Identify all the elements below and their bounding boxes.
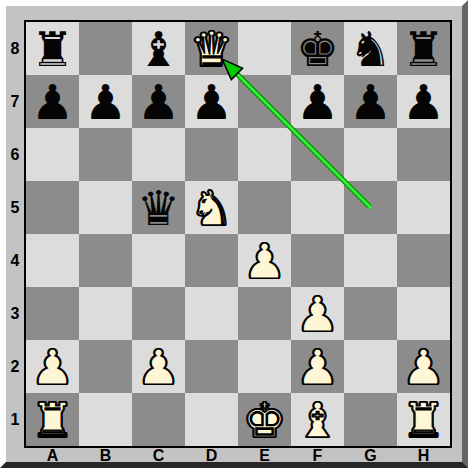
piece-white-king[interactable]: ♚ (243, 396, 286, 444)
file-label-e: E (238, 448, 291, 464)
square-d3[interactable] (185, 287, 238, 340)
rank-label-7: 7 (6, 75, 24, 128)
piece-white-queen[interactable]: ♛ (190, 25, 233, 73)
file-label-g: G (344, 448, 397, 464)
square-a2[interactable]: ♟ (26, 340, 79, 393)
rank-labels: 87654321 (6, 22, 24, 446)
square-c7[interactable]: ♟ (132, 75, 185, 128)
square-e4[interactable]: ♟ (238, 234, 291, 287)
piece-white-rook[interactable]: ♜ (402, 396, 445, 444)
square-f8[interactable]: ♚ (291, 22, 344, 75)
piece-black-queen[interactable]: ♛ (137, 184, 180, 232)
square-h8[interactable]: ♜ (397, 22, 450, 75)
piece-black-king[interactable]: ♚ (296, 25, 339, 73)
rank-label-8: 8 (6, 22, 24, 75)
square-d7[interactable]: ♟ (185, 75, 238, 128)
piece-black-pawn[interactable]: ♟ (84, 78, 127, 126)
rank-label-2: 2 (6, 340, 24, 393)
square-c5[interactable]: ♛ (132, 181, 185, 234)
square-e7[interactable] (238, 75, 291, 128)
square-d6[interactable] (185, 128, 238, 181)
chess-diagram: 87654321 ♜♝♛♚♞♜♟♟♟♟♟♟♟♛♞♟♟♟♟♟♟♜♚♝♜ ABCDE… (0, 0, 468, 468)
piece-black-pawn[interactable]: ♟ (31, 78, 74, 126)
square-a5[interactable] (26, 181, 79, 234)
square-g5[interactable] (344, 181, 397, 234)
piece-white-pawn[interactable]: ♟ (137, 343, 180, 391)
rank-label-3: 3 (6, 287, 24, 340)
piece-white-rook[interactable]: ♜ (31, 396, 74, 444)
square-b1[interactable] (79, 393, 132, 446)
square-h7[interactable]: ♟ (397, 75, 450, 128)
piece-white-bishop[interactable]: ♝ (296, 396, 339, 444)
file-label-c: C (132, 448, 185, 464)
square-a7[interactable]: ♟ (26, 75, 79, 128)
square-b8[interactable] (79, 22, 132, 75)
square-g8[interactable]: ♞ (344, 22, 397, 75)
square-e1[interactable]: ♚ (238, 393, 291, 446)
piece-white-pawn[interactable]: ♟ (296, 290, 339, 338)
square-f6[interactable] (291, 128, 344, 181)
square-g3[interactable] (344, 287, 397, 340)
square-h1[interactable]: ♜ (397, 393, 450, 446)
square-d8[interactable]: ♛ (185, 22, 238, 75)
square-c1[interactable] (132, 393, 185, 446)
chess-board: ♜♝♛♚♞♜♟♟♟♟♟♟♟♛♞♟♟♟♟♟♟♜♚♝♜ (24, 20, 452, 448)
piece-black-pawn[interactable]: ♟ (402, 78, 445, 126)
square-c8[interactable]: ♝ (132, 22, 185, 75)
piece-white-pawn[interactable]: ♟ (402, 343, 445, 391)
square-f1[interactable]: ♝ (291, 393, 344, 446)
square-a4[interactable] (26, 234, 79, 287)
file-label-a: A (26, 448, 79, 464)
piece-black-pawn[interactable]: ♟ (137, 78, 180, 126)
file-label-f: F (291, 448, 344, 464)
rank-label-6: 6 (6, 128, 24, 181)
file-label-b: B (79, 448, 132, 464)
square-h4[interactable] (397, 234, 450, 287)
piece-black-bishop[interactable]: ♝ (137, 25, 180, 73)
file-label-h: H (397, 448, 450, 464)
square-d4[interactable] (185, 234, 238, 287)
square-b2[interactable] (79, 340, 132, 393)
piece-white-pawn[interactable]: ♟ (243, 237, 286, 285)
square-h6[interactable] (397, 128, 450, 181)
square-b6[interactable] (79, 128, 132, 181)
piece-black-rook[interactable]: ♜ (31, 25, 74, 73)
square-e2[interactable] (238, 340, 291, 393)
piece-white-knight[interactable]: ♞ (190, 184, 233, 232)
square-b4[interactable] (79, 234, 132, 287)
square-e3[interactable] (238, 287, 291, 340)
square-f2[interactable]: ♟ (291, 340, 344, 393)
square-e6[interactable] (238, 128, 291, 181)
file-labels: ABCDEFGH (26, 448, 450, 464)
square-d2[interactable] (185, 340, 238, 393)
square-h5[interactable] (397, 181, 450, 234)
square-g2[interactable] (344, 340, 397, 393)
piece-black-pawn[interactable]: ♟ (349, 78, 392, 126)
piece-black-pawn[interactable]: ♟ (296, 78, 339, 126)
square-c3[interactable] (132, 287, 185, 340)
piece-black-knight[interactable]: ♞ (349, 25, 392, 73)
rank-label-5: 5 (6, 181, 24, 234)
square-b3[interactable] (79, 287, 132, 340)
square-f4[interactable] (291, 234, 344, 287)
square-a6[interactable] (26, 128, 79, 181)
square-g4[interactable] (344, 234, 397, 287)
square-f5[interactable] (291, 181, 344, 234)
square-a8[interactable]: ♜ (26, 22, 79, 75)
square-f3[interactable]: ♟ (291, 287, 344, 340)
piece-white-pawn[interactable]: ♟ (296, 343, 339, 391)
square-a3[interactable] (26, 287, 79, 340)
board-grid: ♜♝♛♚♞♜♟♟♟♟♟♟♟♛♞♟♟♟♟♟♟♜♚♝♜ (26, 22, 450, 446)
piece-white-pawn[interactable]: ♟ (31, 343, 74, 391)
square-d5[interactable]: ♞ (185, 181, 238, 234)
square-g7[interactable]: ♟ (344, 75, 397, 128)
rank-label-1: 1 (6, 393, 24, 446)
square-c6[interactable] (132, 128, 185, 181)
square-g6[interactable] (344, 128, 397, 181)
piece-black-rook[interactable]: ♜ (402, 25, 445, 73)
square-c4[interactable] (132, 234, 185, 287)
square-h3[interactable] (397, 287, 450, 340)
piece-black-pawn[interactable]: ♟ (190, 78, 233, 126)
square-g1[interactable] (344, 393, 397, 446)
square-h2[interactable]: ♟ (397, 340, 450, 393)
file-label-d: D (185, 448, 238, 464)
square-a1[interactable]: ♜ (26, 393, 79, 446)
square-e8[interactable] (238, 22, 291, 75)
rank-label-4: 4 (6, 234, 24, 287)
square-f7[interactable]: ♟ (291, 75, 344, 128)
square-b5[interactable] (79, 181, 132, 234)
square-d1[interactable] (185, 393, 238, 446)
square-c2[interactable]: ♟ (132, 340, 185, 393)
square-e5[interactable] (238, 181, 291, 234)
square-b7[interactable]: ♟ (79, 75, 132, 128)
